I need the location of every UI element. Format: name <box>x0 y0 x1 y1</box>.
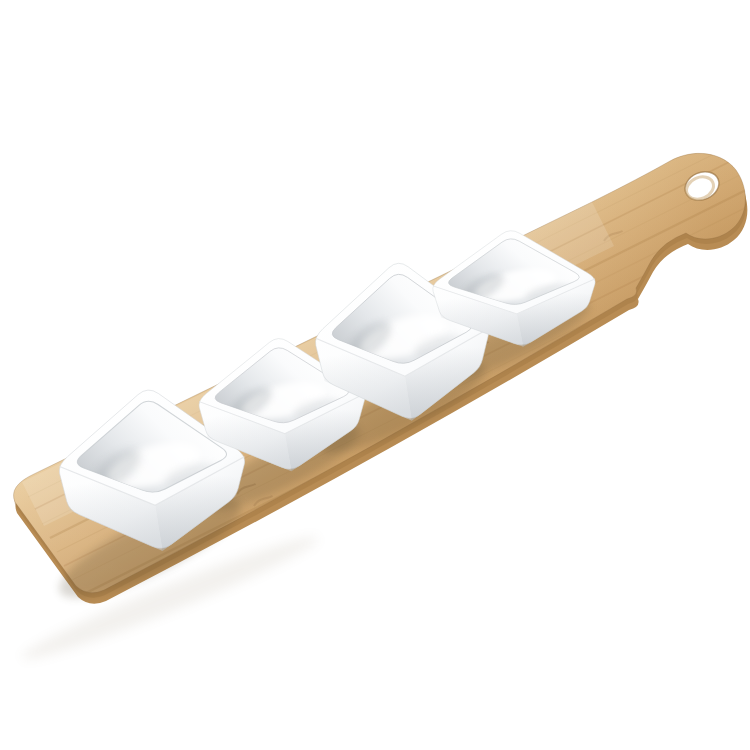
bowl-set <box>58 231 597 551</box>
product-photo <box>0 0 750 750</box>
product-photo-stage <box>0 0 750 750</box>
